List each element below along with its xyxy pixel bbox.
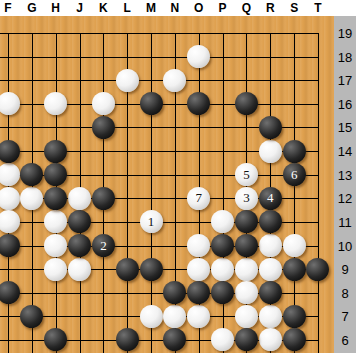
row-label-12: 12 xyxy=(334,191,356,206)
stone-white-Q13: 5 xyxy=(235,163,258,186)
stone-black-M9 xyxy=(140,258,163,281)
column-label-S: S xyxy=(290,1,298,15)
row-label-6: 6 xyxy=(334,332,356,347)
move-number-2: 2 xyxy=(100,238,107,254)
move-number-3: 3 xyxy=(243,190,250,206)
row-label-18: 18 xyxy=(334,49,356,64)
stone-white-Q12: 3 xyxy=(235,187,258,210)
column-label-R: R xyxy=(266,1,275,15)
column-label-T: T xyxy=(314,1,321,15)
stone-white-J12 xyxy=(68,187,91,210)
stone-white-O7 xyxy=(187,305,210,328)
row-label-13: 13 xyxy=(334,167,356,182)
move-number-6: 6 xyxy=(291,167,298,183)
grid-line-col-P xyxy=(223,33,224,353)
row-label-19: 19 xyxy=(334,26,356,41)
row-label-7: 7 xyxy=(334,309,356,324)
stone-white-R14 xyxy=(259,140,282,163)
stone-black-H14 xyxy=(44,140,67,163)
stone-black-L9 xyxy=(116,258,139,281)
column-label-O: O xyxy=(194,1,203,15)
stone-black-T9 xyxy=(306,258,329,281)
row-label-16: 16 xyxy=(334,96,356,111)
stone-white-R9 xyxy=(259,258,282,281)
stone-black-K15 xyxy=(92,116,115,139)
stone-black-P10 xyxy=(211,234,234,257)
move-number-1: 1 xyxy=(148,214,155,230)
stone-white-N17 xyxy=(163,69,186,92)
row-label-14: 14 xyxy=(334,144,356,159)
stone-black-R15 xyxy=(259,116,282,139)
go-diagram-screen: FGHJKLMNOPQRST19181716151413121110987657… xyxy=(0,0,356,353)
stone-white-R10 xyxy=(259,234,282,257)
stone-black-F10 xyxy=(0,234,20,257)
stone-black-M16 xyxy=(140,92,163,115)
column-label-L: L xyxy=(124,1,131,15)
stone-black-K12 xyxy=(92,187,115,210)
stone-white-Q9 xyxy=(235,258,258,281)
stone-white-H9 xyxy=(44,258,67,281)
row-label-11: 11 xyxy=(334,214,356,229)
stone-black-S7 xyxy=(283,305,306,328)
stone-black-R12: 4 xyxy=(259,187,282,210)
stone-black-S9 xyxy=(283,258,306,281)
grid-line-col-T xyxy=(318,33,319,353)
row-label-10: 10 xyxy=(334,238,356,253)
stone-white-L17 xyxy=(116,69,139,92)
stone-black-Q10 xyxy=(235,234,258,257)
stone-white-P9 xyxy=(211,258,234,281)
row-label-15: 15 xyxy=(334,120,356,135)
stone-white-M11: 1 xyxy=(140,210,163,233)
column-label-H: H xyxy=(51,1,60,15)
stone-white-Q7 xyxy=(235,305,258,328)
column-label-J: J xyxy=(76,1,83,15)
column-label-Q: Q xyxy=(242,1,251,15)
column-label-M: M xyxy=(146,1,156,15)
stone-white-J9 xyxy=(68,258,91,281)
stone-white-G12 xyxy=(20,187,43,210)
column-label-K: K xyxy=(99,1,108,15)
stone-black-R8 xyxy=(259,281,282,304)
column-label-F: F xyxy=(4,1,11,15)
row-label-strip xyxy=(334,16,356,353)
row-label-8: 8 xyxy=(334,285,356,300)
column-label-P: P xyxy=(219,1,227,15)
stone-white-F12 xyxy=(0,187,20,210)
stone-white-R7 xyxy=(259,305,282,328)
row-label-9: 9 xyxy=(334,262,356,277)
stone-black-F14 xyxy=(0,140,20,163)
move-number-5: 5 xyxy=(243,167,250,183)
column-label-G: G xyxy=(27,1,36,15)
stone-white-M7 xyxy=(140,305,163,328)
stone-black-H12 xyxy=(44,187,67,210)
row-label-17: 17 xyxy=(334,73,356,88)
stone-white-O12: 7 xyxy=(187,187,210,210)
move-number-4: 4 xyxy=(267,190,274,206)
stone-black-J10 xyxy=(68,234,91,257)
stone-black-S14 xyxy=(283,140,306,163)
stone-white-O9 xyxy=(187,258,210,281)
stone-black-S6 xyxy=(283,328,306,351)
stone-black-K10: 2 xyxy=(92,234,115,257)
stone-white-S10 xyxy=(283,234,306,257)
stone-black-S13: 6 xyxy=(283,163,306,186)
column-label-N: N xyxy=(171,1,180,15)
move-number-7: 7 xyxy=(196,190,203,206)
